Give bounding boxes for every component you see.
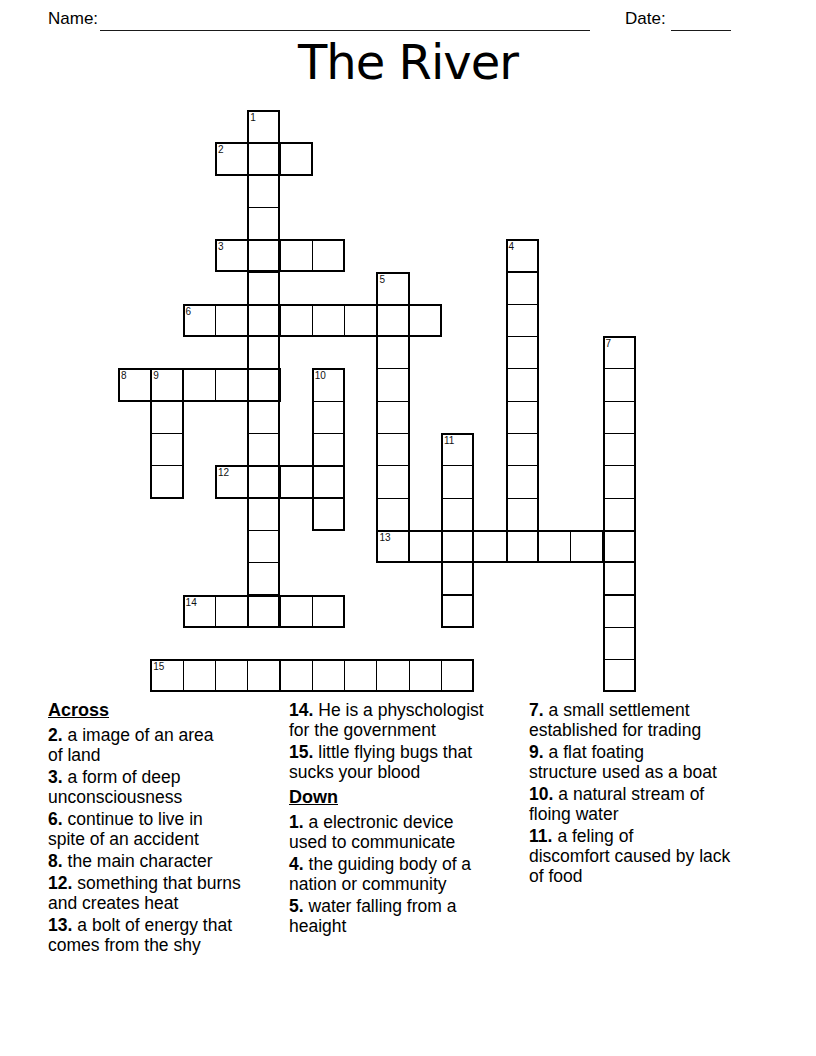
grid-cell[interactable] — [247, 304, 280, 337]
grid-cell[interactable] — [506, 304, 539, 337]
grid-cell[interactable] — [215, 239, 248, 272]
clue-text: a form of deep unconsciousness — [48, 767, 182, 807]
grid-cell[interactable] — [247, 142, 280, 175]
clues-heading-down: Down — [289, 787, 527, 807]
clues-column-2: 14.He is a physchologist for the governm… — [289, 700, 527, 936]
clue-14: 14.He is a physchologist for the governm… — [289, 700, 527, 740]
clue-text: a electronic device used to communicate — [289, 812, 455, 852]
grid-cell[interactable] — [247, 368, 280, 401]
clue-9: 9.a flat foating structure used as a boa… — [529, 742, 781, 782]
clue-number-label: 13. — [48, 915, 72, 935]
clue-text: the main character — [68, 851, 213, 871]
grid-cell[interactable] — [506, 465, 539, 498]
clue-12: 12.something that burns and creates heat — [48, 873, 288, 913]
clue-text: a small settlement established for tradi… — [529, 700, 701, 740]
grid-cell[interactable] — [280, 304, 313, 337]
grid-cell[interactable] — [409, 304, 442, 337]
grid-cell[interactable] — [603, 562, 636, 595]
clue-number-label: 15. — [289, 742, 313, 762]
grid-cell[interactable] — [312, 465, 345, 498]
clue-number-label: 10. — [529, 784, 553, 804]
clue-11: 11.a feling of discomfort caused by lack… — [529, 826, 781, 886]
grid-cell[interactable] — [312, 304, 345, 337]
grid-cell[interactable] — [603, 401, 636, 434]
clue-10: 10.a natural stream of floing water — [529, 784, 781, 824]
grid-cell[interactable] — [506, 498, 539, 531]
grid-cell[interactable] — [247, 595, 280, 628]
clues-column-1: Across2.a image of an area of land3.a fo… — [48, 700, 288, 955]
clue-8: 8.the main character — [48, 851, 288, 871]
clue-text: a flat foating structure used as a boat — [529, 742, 717, 782]
clue-13: 13.a bolt of energy that comes from the … — [48, 915, 288, 955]
clue-number-label: 12. — [48, 873, 72, 893]
grid-cell[interactable] — [247, 465, 280, 498]
grid-cell[interactable] — [376, 498, 409, 531]
clues-heading-across: Across — [48, 700, 288, 720]
grid-cell[interactable] — [376, 272, 409, 305]
grid-cell[interactable] — [409, 659, 442, 692]
grid-cell[interactable] — [215, 465, 248, 498]
clue-number-label: 9. — [529, 742, 544, 762]
crossword-grid: 123456789101112131415 — [118, 110, 635, 692]
grid-cell[interactable] — [441, 562, 474, 595]
grid-cell[interactable] — [603, 465, 636, 498]
grid-cell[interactable] — [118, 368, 151, 401]
grid-cell[interactable] — [506, 239, 539, 272]
grid-cell[interactable] — [376, 401, 409, 434]
clue-text: little flying bugs that sucks your blood — [289, 742, 472, 782]
grid-cell[interactable] — [506, 336, 539, 369]
grid-cell[interactable] — [376, 336, 409, 369]
clue-text: a image of an area of land — [48, 725, 214, 765]
grid-cell[interactable] — [280, 659, 313, 692]
clue-text: a feling of discomfort caused by lack of… — [529, 826, 730, 886]
clue-number-label: 5. — [289, 896, 304, 916]
grid-cell[interactable] — [280, 239, 313, 272]
grid-cell[interactable] — [506, 272, 539, 305]
date-label: Date: — [625, 9, 666, 29]
clue-number-label: 4. — [289, 854, 304, 874]
grid-cell[interactable] — [603, 498, 636, 531]
grid-cell[interactable] — [312, 401, 345, 434]
grid-cell[interactable] — [312, 659, 345, 692]
clue-6: 6.continue to live in spite of an accide… — [48, 809, 288, 849]
clue-5: 5.water falling from a heaight — [289, 896, 527, 936]
grid-cell[interactable] — [247, 401, 280, 434]
name-blank-line — [100, 8, 590, 31]
grid-cell[interactable] — [247, 110, 280, 143]
grid-cell[interactable] — [312, 498, 345, 531]
clue-15: 15.little flying bugs that sucks your bl… — [289, 742, 527, 782]
grid-cell[interactable] — [603, 627, 636, 660]
grid-cell[interactable] — [441, 659, 474, 692]
grid-cell[interactable] — [376, 304, 409, 337]
grid-cell[interactable] — [506, 401, 539, 434]
grid-cell[interactable] — [247, 239, 280, 272]
grid-cell[interactable] — [247, 175, 280, 208]
grid-cell[interactable] — [603, 530, 636, 563]
grid-cell[interactable] — [376, 433, 409, 466]
grid-cell[interactable] — [603, 595, 636, 628]
grid-cell[interactable] — [473, 530, 506, 563]
clue-text: the guiding body of a nation or communit… — [289, 854, 471, 894]
clue-4: 4.the guiding body of a nation or commun… — [289, 854, 527, 894]
grid-cell[interactable] — [215, 304, 248, 337]
clue-number-label: 3. — [48, 767, 63, 787]
grid-cell[interactable] — [150, 401, 183, 434]
puzzle-title: The River — [0, 34, 816, 90]
clue-text: a bolt of energy that comes from the shy — [48, 915, 232, 955]
clue-number-label: 2. — [48, 725, 63, 745]
grid-cell[interactable] — [215, 595, 248, 628]
grid-cell[interactable] — [215, 142, 248, 175]
clue-number-label: 14. — [289, 700, 313, 720]
clue-7: 7.a small settlement established for tra… — [529, 700, 781, 740]
grid-cell[interactable] — [506, 530, 539, 563]
grid-cell[interactable] — [247, 433, 280, 466]
clue-3: 3.a form of deep unconsciousness — [48, 767, 288, 807]
clue-text: something that burns and creates heat — [48, 873, 241, 913]
clue-number-label: 11. — [529, 826, 552, 846]
grid-cell[interactable] — [344, 304, 377, 337]
clue-number-label: 7. — [529, 700, 544, 720]
clue-2: 2.a image of an area of land — [48, 725, 288, 765]
grid-cell[interactable] — [183, 368, 216, 401]
grid-cell[interactable] — [538, 530, 571, 563]
grid-cell[interactable] — [376, 368, 409, 401]
grid-cell[interactable] — [603, 368, 636, 401]
grid-cell[interactable] — [376, 659, 409, 692]
clue-text: continue to live in spite of an accident — [48, 809, 203, 849]
clue-number-label: 1. — [289, 812, 304, 832]
grid-cell[interactable] — [280, 465, 313, 498]
grid-cell[interactable] — [280, 595, 313, 628]
grid-cell[interactable] — [183, 304, 216, 337]
clue-number-label: 6. — [48, 809, 63, 829]
grid-cell[interactable] — [215, 659, 248, 692]
grid-cell[interactable] — [247, 336, 280, 369]
grid-cell[interactable] — [376, 465, 409, 498]
grid-cell[interactable] — [150, 659, 183, 692]
grid-cell[interactable] — [570, 530, 603, 563]
grid-cell[interactable] — [603, 336, 636, 369]
grid-cell[interactable] — [441, 465, 474, 498]
name-label: Name: — [48, 9, 98, 29]
grid-cell[interactable] — [183, 595, 216, 628]
date-blank-line — [671, 8, 731, 31]
grid-cell[interactable] — [280, 142, 313, 175]
grid-cell[interactable] — [344, 659, 377, 692]
grid-cell[interactable] — [441, 595, 474, 628]
grid-cell[interactable] — [247, 207, 280, 240]
clues-column-3: 7.a small settlement established for tra… — [529, 700, 781, 886]
grid-cell[interactable] — [441, 498, 474, 531]
grid-cell[interactable] — [183, 659, 216, 692]
grid-cell[interactable] — [506, 433, 539, 466]
clue-number-label: 8. — [48, 851, 63, 871]
grid-cell[interactable] — [441, 530, 474, 563]
clue-1: 1.a electronic device used to communicat… — [289, 812, 527, 852]
grid-cell[interactable] — [441, 433, 474, 466]
clue-text: a natural stream of floing water — [529, 784, 704, 824]
grid-cell[interactable] — [409, 530, 442, 563]
grid-cell[interactable] — [312, 239, 345, 272]
grid-cell[interactable] — [603, 659, 636, 692]
grid-cell[interactable] — [150, 368, 183, 401]
grid-cell[interactable] — [312, 368, 345, 401]
grid-cell[interactable] — [150, 433, 183, 466]
grid-cell[interactable] — [506, 368, 539, 401]
grid-cell[interactable] — [312, 595, 345, 628]
clue-text: water falling from a heaight — [289, 896, 456, 936]
grid-cell[interactable] — [247, 498, 280, 531]
clue-text: He is a physchologist for the government — [289, 700, 484, 740]
grid-cell[interactable] — [376, 530, 409, 563]
grid-cell[interactable] — [150, 465, 183, 498]
grid-cell[interactable] — [312, 433, 345, 466]
grid-cell[interactable] — [215, 368, 248, 401]
grid-cell[interactable] — [247, 659, 280, 692]
grid-cell[interactable] — [247, 530, 280, 563]
grid-cell[interactable] — [603, 433, 636, 466]
grid-cell[interactable] — [247, 562, 280, 595]
grid-cell[interactable] — [247, 272, 280, 305]
